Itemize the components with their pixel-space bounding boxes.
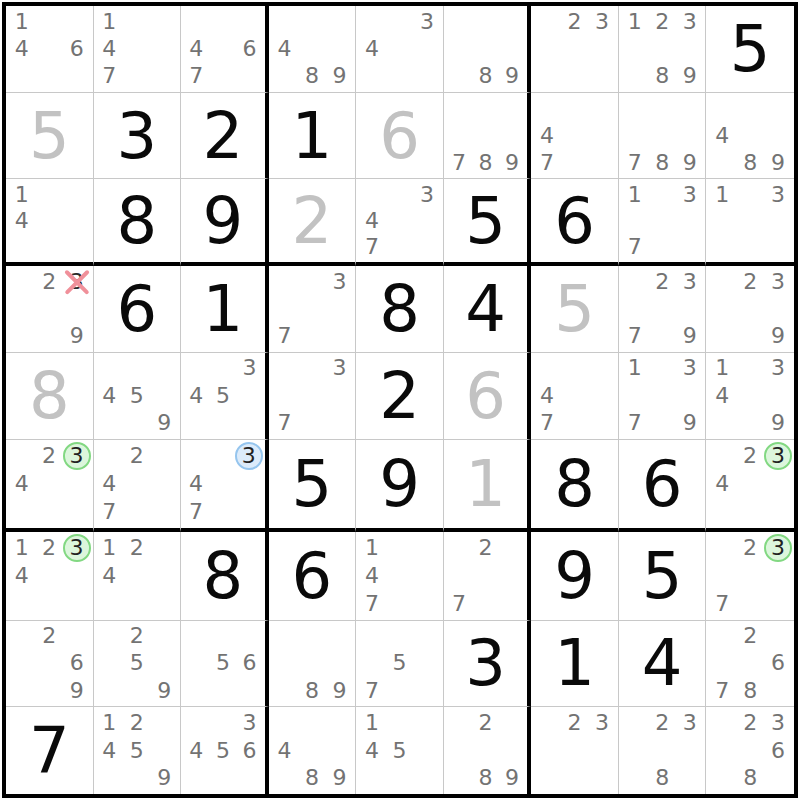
cell-r7c2[interactable]: 124	[94, 532, 182, 621]
empty-candidate-slot	[209, 470, 235, 498]
candidate-3[interactable]: 3	[588, 8, 616, 35]
cell-r4c3[interactable]: 1	[181, 266, 269, 353]
cell-r2c4[interactable]: 1	[269, 93, 357, 180]
empty-candidate-slot	[413, 677, 441, 704]
cell-r9c8[interactable]: 238	[619, 707, 707, 794]
cell-r7c4[interactable]: 6	[269, 532, 357, 621]
candidate-2[interactable]: 2	[736, 709, 764, 737]
candidate-8[interactable]: 8	[736, 149, 764, 176]
empty-candidate-slot	[648, 122, 676, 149]
cell-r3c1[interactable]: 14	[6, 179, 94, 266]
candidate-4[interactable]: 4	[271, 737, 299, 765]
cell-r1c9[interactable]: 5	[706, 6, 794, 93]
candidate-8[interactable]: 8	[736, 677, 764, 704]
empty-candidate-slot	[36, 181, 64, 207]
empty-candidate-slot	[326, 295, 354, 322]
solved-digit: 2	[379, 364, 420, 428]
candidate-3[interactable]: 3	[676, 181, 704, 207]
empty-candidate-slot	[621, 122, 649, 149]
empty-candidate-slot	[123, 590, 151, 618]
candidate-3[interactable]: 3	[676, 268, 704, 295]
cell-r5c5[interactable]: 2	[356, 353, 444, 440]
empty-candidate-slot	[764, 208, 792, 234]
candidate-2[interactable]: 2	[736, 623, 764, 650]
cell-r9c9[interactable]: 2368	[706, 707, 794, 794]
cell-r3c4[interactable]: 2	[269, 179, 357, 266]
cell-r6c6[interactable]: 1	[444, 440, 532, 532]
candidate-3[interactable]: 3	[764, 181, 792, 207]
empty-candidate-slot	[561, 409, 589, 436]
cell-r8c2[interactable]: 259	[94, 621, 182, 708]
candidate-9[interactable]: 9	[499, 62, 526, 89]
empty-candidate-slot	[736, 208, 764, 234]
cell-r1c7[interactable]: 23	[531, 6, 619, 93]
candidate-2[interactable]: 2	[123, 709, 151, 737]
cell-r8c6[interactable]: 3	[444, 621, 532, 708]
candidate-4[interactable]: 4	[96, 35, 124, 62]
candidate-8[interactable]: 8	[648, 764, 676, 792]
candidate-2[interactable]: 2	[36, 268, 64, 295]
candidate-8[interactable]: 8	[472, 149, 499, 176]
candidate-7[interactable]: 7	[271, 323, 299, 350]
candidate-2[interactable]: 2	[472, 534, 499, 562]
solved-digit: 5	[730, 17, 771, 81]
cell-r9c3[interactable]: 3456	[181, 707, 269, 794]
empty-candidate-slot	[446, 764, 473, 792]
candidate-5[interactable]: 5	[386, 737, 414, 765]
candidate-4[interactable]: 4	[708, 122, 736, 149]
cell-r8c5[interactable]: 57	[356, 621, 444, 708]
candidate-grid: 489	[269, 6, 356, 92]
cell-r9c7[interactable]: 23	[531, 707, 619, 794]
empty-candidate-slot	[96, 764, 124, 792]
empty-candidate-slot	[63, 498, 91, 526]
candidate-8[interactable]: 8	[648, 149, 676, 176]
candidate-4[interactable]: 4	[358, 562, 386, 590]
candidate-grid: 459	[94, 353, 181, 439]
empty-candidate-slot	[151, 498, 179, 526]
candidate-4[interactable]: 4	[183, 382, 210, 409]
empty-candidate-slot	[210, 623, 237, 650]
empty-candidate-slot	[708, 623, 736, 650]
cell-r7c6[interactable]: 27	[444, 532, 532, 621]
empty-candidate-slot	[151, 737, 179, 765]
empty-candidate-slot	[326, 737, 354, 765]
empty-candidate-slot	[708, 95, 736, 122]
candidate-9[interactable]: 9	[764, 149, 792, 176]
candidate-7[interactable]: 7	[358, 590, 386, 618]
candidate-8[interactable]: 8	[472, 62, 499, 89]
candidate-1[interactable]: 1	[8, 181, 36, 207]
empty-candidate-slot	[561, 62, 589, 89]
cell-r4c7[interactable]: 5	[531, 266, 619, 353]
candidate-4[interactable]: 4	[96, 562, 124, 590]
candidate-9[interactable]: 9	[499, 764, 526, 792]
empty-candidate-slot	[36, 323, 64, 350]
cell-r7c8[interactable]: 5	[619, 532, 707, 621]
candidate-5[interactable]: 5	[123, 737, 151, 765]
cell-r8c3[interactable]: 56	[181, 621, 269, 708]
cell-r6c8[interactable]: 6	[619, 440, 707, 532]
cell-r1c8[interactable]: 12389	[619, 6, 707, 93]
cell-r6c1[interactable]: 234	[6, 440, 94, 532]
solved-digit: 4	[465, 277, 506, 341]
empty-candidate-slot	[236, 764, 263, 792]
blue-circle-highlight[interactable]: 3	[235, 442, 263, 470]
candidate-9[interactable]: 9	[676, 409, 704, 436]
empty-candidate-slot	[561, 35, 589, 62]
empty-candidate-slot	[36, 234, 64, 260]
candidate-7[interactable]: 7	[96, 498, 124, 526]
cell-r8c9[interactable]: 2678	[706, 621, 794, 708]
cell-r9c6[interactable]: 289	[444, 707, 532, 794]
cell-r7c9[interactable]: 237	[706, 532, 794, 621]
candidate-1[interactable]: 1	[708, 355, 736, 382]
empty-candidate-slot	[736, 498, 764, 526]
candidate-4[interactable]: 4	[358, 35, 386, 62]
candidate-2[interactable]: 2	[736, 534, 764, 562]
cell-r8c4[interactable]: 89	[269, 621, 357, 708]
cell-r2c5[interactable]: 6	[356, 93, 444, 180]
cell-r6c9[interactable]: 234	[706, 440, 794, 532]
candidate-9[interactable]: 9	[499, 149, 526, 176]
candidate-1[interactable]: 1	[621, 8, 649, 35]
candidate-6[interactable]: 6	[764, 650, 792, 677]
empty-candidate-slot	[183, 442, 209, 470]
empty-candidate-slot	[8, 442, 35, 470]
candidate-9[interactable]: 9	[63, 677, 91, 704]
candidate-9[interactable]: 9	[676, 149, 704, 176]
empty-candidate-slot	[561, 382, 589, 409]
candidate-3[interactable]: 3	[326, 268, 354, 295]
empty-candidate-slot	[499, 709, 526, 737]
candidate-7[interactable]: 7	[446, 149, 473, 176]
empty-candidate-slot	[764, 562, 792, 590]
empty-candidate-slot	[271, 355, 299, 382]
solved-digit-gray: 5	[29, 104, 70, 168]
candidate-grid: 147	[356, 532, 443, 620]
cell-r5c2[interactable]: 459	[94, 353, 182, 440]
cell-r8c8[interactable]: 4	[619, 621, 707, 708]
cell-r2c3[interactable]: 2	[181, 93, 269, 180]
candidate-4[interactable]: 4	[533, 382, 561, 409]
candidate-1[interactable]: 1	[96, 8, 124, 35]
candidate-5[interactable]: 5	[210, 382, 237, 409]
empty-candidate-slot	[271, 382, 299, 409]
empty-candidate-slot	[561, 122, 589, 149]
empty-candidate-slot	[413, 234, 441, 260]
empty-candidate-slot	[151, 62, 179, 89]
cell-r5c3[interactable]: 345	[181, 353, 269, 440]
candidate-7[interactable]: 7	[621, 149, 649, 176]
cell-r1c5[interactable]: 34	[356, 6, 444, 93]
candidate-2[interactable]: 2	[123, 442, 151, 470]
cell-r2c6[interactable]: 789	[444, 93, 532, 180]
candidate-7[interactable]: 7	[533, 409, 561, 436]
candidate-3[interactable]: 3	[413, 8, 441, 35]
candidate-2[interactable]: 2	[648, 8, 676, 35]
cell-r3c2[interactable]: 8	[94, 179, 182, 266]
solved-digit: 8	[554, 452, 595, 516]
cell-r7c3[interactable]: 8	[181, 532, 269, 621]
cell-r2c7[interactable]: 47	[531, 93, 619, 180]
candidate-3[interactable]: 3	[236, 355, 263, 382]
candidate-2[interactable]: 2	[36, 623, 64, 650]
candidate-4[interactable]: 4	[8, 35, 36, 62]
cell-r4c8[interactable]: 2379	[619, 266, 707, 353]
candidate-1[interactable]: 1	[96, 534, 124, 562]
candidate-4[interactable]: 4	[708, 382, 736, 409]
candidate-3[interactable]: 3	[764, 268, 792, 295]
candidate-8[interactable]: 8	[648, 62, 676, 89]
cell-r5c4[interactable]: 37	[269, 353, 357, 440]
empty-candidate-slot	[326, 409, 354, 436]
candidate-9[interactable]: 9	[326, 764, 354, 792]
candidate-3[interactable]: 3	[236, 709, 263, 737]
candidate-7[interactable]: 7	[446, 590, 473, 618]
candidate-8[interactable]: 8	[298, 764, 326, 792]
candidate-1[interactable]: 1	[621, 355, 649, 382]
cell-r1c2[interactable]: 147	[94, 6, 182, 93]
candidate-7[interactable]: 7	[183, 62, 210, 89]
candidate-2[interactable]: 2	[561, 709, 589, 737]
cell-r2c9[interactable]: 489	[706, 93, 794, 180]
cell-r6c3[interactable]: 347	[181, 440, 269, 532]
candidate-9[interactable]: 9	[151, 409, 179, 436]
cell-r1c1[interactable]: 146	[6, 6, 94, 93]
cell-r1c6[interactable]: 89	[444, 6, 532, 93]
empty-candidate-slot	[499, 95, 526, 122]
cell-r5c8[interactable]: 1379	[619, 353, 707, 440]
solved-digit: 5	[292, 452, 333, 516]
candidate-2[interactable]: 2	[736, 442, 764, 470]
candidate-grid: 124	[94, 532, 181, 620]
candidate-grid: 239	[6, 266, 93, 352]
candidate-3[interactable]: 3	[764, 355, 792, 382]
cell-r4c5[interactable]: 8	[356, 266, 444, 353]
candidate-9[interactable]: 9	[676, 323, 704, 350]
candidate-7[interactable]: 7	[621, 234, 649, 260]
candidate-1[interactable]: 1	[708, 181, 736, 207]
candidate-4[interactable]: 4	[271, 35, 299, 62]
candidate-1[interactable]: 1	[621, 181, 649, 207]
candidate-1[interactable]: 1	[8, 534, 35, 562]
candidate-3[interactable]: 3	[676, 8, 704, 35]
candidate-3[interactable]: 3	[588, 709, 616, 737]
empty-candidate-slot	[8, 498, 35, 526]
candidate-7[interactable]: 7	[708, 590, 736, 618]
green-circle-highlight[interactable]: 3	[63, 534, 91, 562]
candidate-4[interactable]: 4	[8, 208, 36, 234]
empty-candidate-slot	[326, 623, 354, 650]
candidate-3[interactable]: 3	[676, 355, 704, 382]
candidate-4[interactable]: 4	[708, 470, 736, 498]
candidate-grid: 789	[444, 93, 528, 179]
cell-r7c1[interactable]: 1234	[6, 532, 94, 621]
candidate-4[interactable]: 4	[96, 382, 124, 409]
candidate-8[interactable]: 8	[472, 764, 499, 792]
candidate-3[interactable]: 3	[326, 355, 354, 382]
cell-r4c1[interactable]: 239	[6, 266, 94, 353]
candidate-4[interactable]: 4	[8, 470, 35, 498]
empty-candidate-slot	[413, 737, 441, 765]
candidate-4[interactable]: 4	[96, 737, 124, 765]
cell-r2c1[interactable]: 5	[6, 93, 94, 180]
candidate-5[interactable]: 5	[123, 650, 151, 677]
green-circle-highlight[interactable]: 3	[63, 442, 91, 470]
candidate-8[interactable]: 8	[736, 764, 764, 792]
candidate-9[interactable]: 9	[151, 764, 179, 792]
candidate-4[interactable]: 4	[358, 208, 386, 234]
empty-candidate-slot	[210, 355, 237, 382]
empty-candidate-slot	[235, 470, 263, 498]
candidate-4[interactable]: 4	[183, 35, 210, 62]
cell-r6c2[interactable]: 247	[94, 440, 182, 532]
empty-candidate-slot	[36, 208, 64, 234]
candidate-2[interactable]: 2	[736, 268, 764, 295]
empty-candidate-slot	[35, 590, 62, 618]
candidate-4[interactable]: 4	[358, 737, 386, 765]
cell-r4c2[interactable]: 6	[94, 266, 182, 353]
cell-r3c8[interactable]: 137	[619, 179, 707, 266]
cell-r4c4[interactable]: 37	[269, 266, 357, 353]
empty-candidate-slot	[736, 295, 764, 322]
candidate-1[interactable]: 1	[96, 709, 124, 737]
green-circle-highlight[interactable]: 3	[764, 534, 792, 562]
cell-r9c1[interactable]: 7	[6, 707, 94, 794]
candidate-7[interactable]: 7	[708, 677, 736, 704]
candidate-4[interactable]: 4	[533, 122, 561, 149]
cell-r9c4[interactable]: 489	[269, 707, 357, 794]
empty-candidate-slot	[8, 590, 35, 618]
candidate-1[interactable]: 1	[358, 709, 386, 737]
solved-digit-gray: 5	[554, 277, 595, 341]
candidate-4[interactable]: 4	[8, 562, 35, 590]
cell-r1c4[interactable]: 489	[269, 6, 357, 93]
candidate-9[interactable]: 9	[764, 409, 792, 436]
candidate-2[interactable]: 2	[123, 534, 151, 562]
empty-candidate-slot	[210, 677, 237, 704]
candidate-7[interactable]: 7	[358, 677, 386, 704]
candidate-3[interactable]: 3	[764, 709, 792, 737]
empty-candidate-slot	[736, 470, 764, 498]
candidate-3[interactable]: 3	[413, 181, 441, 207]
cell-r3c3[interactable]: 9	[181, 179, 269, 266]
cell-r3c9[interactable]: 13	[706, 179, 794, 266]
empty-candidate-slot	[736, 562, 764, 590]
candidate-grid: 234	[706, 440, 794, 528]
candidate-7[interactable]: 7	[96, 62, 124, 89]
candidate-7[interactable]: 7	[271, 409, 299, 436]
candidate-5[interactable]: 5	[210, 650, 237, 677]
candidate-2[interactable]: 2	[648, 268, 676, 295]
cell-r5c9[interactable]: 1349	[706, 353, 794, 440]
candidate-1[interactable]: 1	[358, 534, 386, 562]
candidate-3[interactable]: 3	[676, 709, 704, 737]
candidate-grid: 146	[6, 6, 93, 92]
candidate-grid: 789	[619, 93, 706, 179]
candidate-9[interactable]: 9	[326, 677, 354, 704]
candidate-7[interactable]: 7	[621, 409, 649, 436]
candidate-6[interactable]: 6	[236, 35, 263, 62]
candidate-7[interactable]: 7	[621, 323, 649, 350]
green-circle-highlight[interactable]: 3	[764, 442, 792, 470]
candidate-grid: 89	[444, 6, 528, 92]
candidate-9[interactable]: 9	[676, 62, 704, 89]
cell-r6c4[interactable]: 5	[269, 440, 357, 532]
cell-r4c9[interactable]: 239	[706, 266, 794, 353]
candidate-6[interactable]: 6	[63, 35, 91, 62]
cell-r6c7[interactable]: 8	[531, 440, 619, 532]
candidate-7[interactable]: 7	[533, 149, 561, 176]
cell-r8c7[interactable]: 1	[531, 621, 619, 708]
empty-candidate-slot	[764, 234, 792, 260]
empty-candidate-slot	[326, 650, 354, 677]
candidate-2[interactable]: 2	[35, 534, 62, 562]
cell-r1c3[interactable]: 467	[181, 6, 269, 93]
cell-r9c2[interactable]: 12459	[94, 707, 182, 794]
cell-r7c7[interactable]: 9	[531, 532, 619, 621]
candidate-9[interactable]: 9	[764, 323, 792, 350]
candidate-4[interactable]: 4	[183, 737, 210, 765]
cell-r3c6[interactable]: 5	[444, 179, 532, 266]
cell-r2c2[interactable]: 3	[94, 93, 182, 180]
cell-r3c7[interactable]: 6	[531, 179, 619, 266]
candidate-7[interactable]: 7	[358, 234, 386, 260]
candidate-6[interactable]: 6	[63, 650, 91, 677]
candidate-9[interactable]: 9	[151, 677, 179, 704]
cell-r4c6[interactable]: 4	[444, 266, 532, 353]
candidate-8[interactable]: 8	[298, 62, 326, 89]
candidate-9[interactable]: 9	[63, 323, 91, 350]
candidate-6[interactable]: 6	[236, 650, 263, 677]
candidate-8[interactable]: 8	[298, 677, 326, 704]
candidate-grid: 289	[444, 707, 528, 794]
empty-candidate-slot	[8, 268, 36, 295]
candidate-7[interactable]: 7	[183, 498, 209, 526]
candidate-2[interactable]: 2	[123, 623, 151, 650]
cell-r5c7[interactable]: 47	[531, 353, 619, 440]
candidate-2[interactable]: 2	[648, 709, 676, 737]
red-x-mark[interactable]: 3	[63, 268, 91, 295]
candidate-grid: 1349	[706, 353, 794, 439]
candidate-4[interactable]: 4	[96, 470, 124, 498]
candidate-1[interactable]: 1	[8, 8, 36, 35]
solved-digit-gray: 8	[29, 364, 70, 428]
candidate-5[interactable]: 5	[123, 382, 151, 409]
empty-candidate-slot	[764, 498, 792, 526]
candidate-4[interactable]: 4	[183, 470, 209, 498]
cell-r5c1[interactable]: 8	[6, 353, 94, 440]
empty-candidate-slot	[386, 623, 414, 650]
cell-r6c5[interactable]: 9	[356, 440, 444, 532]
candidate-9[interactable]: 9	[326, 62, 354, 89]
empty-candidate-slot	[648, 181, 676, 207]
candidate-6[interactable]: 6	[764, 737, 792, 765]
candidate-2[interactable]: 2	[35, 442, 62, 470]
cell-r7c5[interactable]: 147	[356, 532, 444, 621]
cell-r2c8[interactable]: 789	[619, 93, 707, 180]
candidate-5[interactable]: 5	[386, 650, 414, 677]
candidate-2[interactable]: 2	[561, 8, 589, 35]
cell-r5c6[interactable]: 6	[444, 353, 532, 440]
cell-r9c5[interactable]: 145	[356, 707, 444, 794]
candidate-2[interactable]: 2	[472, 709, 499, 737]
cell-r8c1[interactable]: 269	[6, 621, 94, 708]
cell-r3c5[interactable]: 347	[356, 179, 444, 266]
candidate-6[interactable]: 6	[236, 737, 263, 765]
candidate-5[interactable]: 5	[210, 737, 237, 765]
